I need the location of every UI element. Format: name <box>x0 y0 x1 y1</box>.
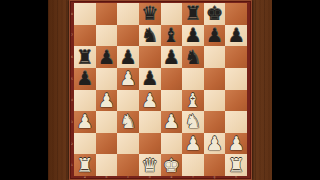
square-g2[interactable]: ♟ <box>204 133 226 155</box>
square-d2[interactable] <box>139 133 161 155</box>
black-queen: ♛ <box>141 4 158 23</box>
screenshot: 87654321 abcdefgh ♛♜♚♞♝♟♟♟♜♟♟♟♞♟♟♟♟♟♝♟♞♟… <box>0 0 320 180</box>
square-e8[interactable] <box>161 3 183 25</box>
square-a2[interactable] <box>74 133 96 155</box>
square-g8[interactable]: ♚ <box>204 3 226 25</box>
white-pawn: ♟ <box>141 90 158 109</box>
square-h7[interactable]: ♟ <box>225 25 247 47</box>
square-b7[interactable] <box>96 25 118 47</box>
square-b1[interactable] <box>96 154 118 176</box>
black-pawn: ♟ <box>184 25 201 44</box>
square-d8[interactable]: ♛ <box>139 3 161 25</box>
square-b5[interactable] <box>96 68 118 90</box>
square-g1[interactable] <box>204 154 226 176</box>
black-pawn: ♟ <box>120 47 137 66</box>
black-knight: ♞ <box>184 47 201 66</box>
white-pawn: ♟ <box>163 112 180 131</box>
square-g5[interactable] <box>204 68 226 90</box>
square-g6[interactable] <box>204 46 226 68</box>
square-e7[interactable]: ♝ <box>161 25 183 47</box>
square-d7[interactable]: ♞ <box>139 25 161 47</box>
square-g4[interactable] <box>204 90 226 112</box>
square-c4[interactable] <box>117 90 139 112</box>
letterbox-right <box>272 0 320 180</box>
square-h5[interactable] <box>225 68 247 90</box>
white-pawn: ♟ <box>206 134 223 153</box>
square-f5[interactable] <box>182 68 204 90</box>
white-rook: ♜ <box>76 155 93 174</box>
square-e4[interactable] <box>161 90 183 112</box>
square-g7[interactable]: ♟ <box>204 25 226 47</box>
board-frame: 87654321 abcdefgh ♛♜♚♞♝♟♟♟♜♟♟♟♞♟♟♟♟♟♝♟♞♟… <box>69 0 252 180</box>
square-f7[interactable]: ♟ <box>182 25 204 47</box>
black-knight: ♞ <box>141 25 158 44</box>
square-c7[interactable] <box>117 25 139 47</box>
square-c1[interactable] <box>117 154 139 176</box>
white-pawn: ♟ <box>76 112 93 131</box>
square-c2[interactable] <box>117 133 139 155</box>
white-bishop: ♝ <box>184 90 201 109</box>
white-knight: ♞ <box>184 112 201 131</box>
square-b2[interactable] <box>96 133 118 155</box>
square-a4[interactable] <box>74 90 96 112</box>
black-pawn: ♟ <box>206 25 223 44</box>
black-pawn: ♟ <box>98 47 115 66</box>
square-h8[interactable] <box>225 3 247 25</box>
square-f8[interactable]: ♜ <box>182 3 204 25</box>
square-b6[interactable]: ♟ <box>96 46 118 68</box>
square-f4[interactable]: ♝ <box>182 90 204 112</box>
black-king: ♚ <box>206 4 223 23</box>
square-a7[interactable] <box>74 25 96 47</box>
square-h1[interactable]: ♜ <box>225 154 247 176</box>
white-rook: ♜ <box>228 155 245 174</box>
square-d5[interactable]: ♟ <box>139 68 161 90</box>
black-rook: ♜ <box>76 47 93 66</box>
square-d1[interactable]: ♛ <box>139 154 161 176</box>
white-king: ♚ <box>163 155 180 174</box>
square-e2[interactable] <box>161 133 183 155</box>
white-pawn: ♟ <box>120 69 137 88</box>
square-b3[interactable] <box>96 111 118 133</box>
square-h3[interactable] <box>225 111 247 133</box>
white-pawn: ♟ <box>228 134 245 153</box>
square-d4[interactable]: ♟ <box>139 90 161 112</box>
black-pawn: ♟ <box>76 69 93 88</box>
square-g3[interactable] <box>204 111 226 133</box>
square-b4[interactable]: ♟ <box>96 90 118 112</box>
white-knight: ♞ <box>120 112 137 131</box>
black-pawn: ♟ <box>228 25 245 44</box>
square-c6[interactable]: ♟ <box>117 46 139 68</box>
square-a3[interactable]: ♟ <box>74 111 96 133</box>
square-d3[interactable] <box>139 111 161 133</box>
black-pawn: ♟ <box>163 47 180 66</box>
square-a6[interactable]: ♜ <box>74 46 96 68</box>
black-bishop: ♝ <box>163 25 180 44</box>
square-a5[interactable]: ♟ <box>74 68 96 90</box>
square-h6[interactable] <box>225 46 247 68</box>
square-f2[interactable]: ♟ <box>182 133 204 155</box>
square-c8[interactable] <box>117 3 139 25</box>
square-h4[interactable] <box>225 90 247 112</box>
square-a8[interactable] <box>74 3 96 25</box>
square-f3[interactable]: ♞ <box>182 111 204 133</box>
square-e5[interactable] <box>161 68 183 90</box>
square-e3[interactable]: ♟ <box>161 111 183 133</box>
white-pawn: ♟ <box>184 134 201 153</box>
black-pawn: ♟ <box>141 69 158 88</box>
square-e6[interactable]: ♟ <box>161 46 183 68</box>
square-c5[interactable]: ♟ <box>117 68 139 90</box>
square-a1[interactable]: ♜ <box>74 154 96 176</box>
square-b8[interactable] <box>96 3 118 25</box>
white-queen: ♛ <box>141 155 158 174</box>
square-e1[interactable]: ♚ <box>161 154 183 176</box>
white-pawn: ♟ <box>98 90 115 109</box>
chess-board: ♛♜♚♞♝♟♟♟♜♟♟♟♞♟♟♟♟♟♝♟♞♟♞♟♟♟♜♛♚♜ <box>74 3 247 176</box>
square-f1[interactable] <box>182 154 204 176</box>
letterbox-left <box>0 0 48 180</box>
square-f6[interactable]: ♞ <box>182 46 204 68</box>
square-d6[interactable] <box>139 46 161 68</box>
square-c3[interactable]: ♞ <box>117 111 139 133</box>
square-h2[interactable]: ♟ <box>225 133 247 155</box>
black-rook: ♜ <box>184 4 201 23</box>
